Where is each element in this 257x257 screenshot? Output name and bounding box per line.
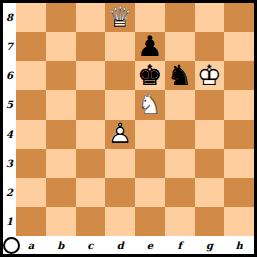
- file-label-b: b: [46, 236, 76, 254]
- square-d2[interactable]: [105, 178, 135, 207]
- square-b4[interactable]: [46, 120, 76, 149]
- black-knight-icon: ♞: [165, 61, 195, 90]
- white-king-icon: ♔: [195, 61, 225, 90]
- square-a8[interactable]: [16, 3, 46, 32]
- square-f4[interactable]: [165, 120, 195, 149]
- square-e2[interactable]: [135, 178, 165, 207]
- square-e1[interactable]: [135, 207, 165, 236]
- square-h3[interactable]: [224, 149, 254, 178]
- square-b7[interactable]: [46, 32, 76, 61]
- square-g4[interactable]: [195, 120, 225, 149]
- square-c2[interactable]: [76, 178, 106, 207]
- white-pawn-icon: ♙: [105, 120, 135, 149]
- file-labels: abcdefgh: [16, 236, 254, 254]
- square-g1[interactable]: [195, 207, 225, 236]
- square-b5[interactable]: [46, 90, 76, 119]
- rank-labels: 87654321: [3, 3, 16, 236]
- square-a7[interactable]: [16, 32, 46, 61]
- square-g5[interactable]: [195, 90, 225, 119]
- chess-diagram: 87654321 ♛♕♟♟♚♚♞♞♚♔♞♘♟♙ abcdefgh: [0, 0, 257, 257]
- piece-black-pawn[interactable]: ♟♟: [135, 32, 165, 61]
- square-g6[interactable]: ♚♔: [195, 61, 225, 90]
- square-h6[interactable]: [224, 61, 254, 90]
- square-a3[interactable]: [16, 149, 46, 178]
- square-d7[interactable]: [105, 32, 135, 61]
- piece-black-king[interactable]: ♚♚: [135, 61, 165, 90]
- square-f2[interactable]: [165, 178, 195, 207]
- square-d1[interactable]: [105, 207, 135, 236]
- square-g3[interactable]: [195, 149, 225, 178]
- rank-label-5: 5: [3, 90, 16, 119]
- file-label-a: a: [16, 236, 46, 254]
- square-d3[interactable]: [105, 149, 135, 178]
- square-f6[interactable]: ♞♞: [165, 61, 195, 90]
- square-e4[interactable]: [135, 120, 165, 149]
- piece-white-queen[interactable]: ♛♕: [105, 3, 135, 32]
- square-a5[interactable]: [16, 90, 46, 119]
- square-f5[interactable]: [165, 90, 195, 119]
- rank-label-8: 8: [3, 3, 16, 32]
- square-f1[interactable]: [165, 207, 195, 236]
- file-label-g: g: [195, 236, 225, 254]
- rank-label-1: 1: [3, 207, 16, 236]
- square-e6[interactable]: ♚♚: [135, 61, 165, 90]
- file-label-d: d: [105, 236, 135, 254]
- file-label-c: c: [76, 236, 106, 254]
- square-d4[interactable]: ♟♙: [105, 120, 135, 149]
- piece-white-pawn[interactable]: ♟♙: [105, 120, 135, 149]
- square-b3[interactable]: [46, 149, 76, 178]
- square-d8[interactable]: ♛♕: [105, 3, 135, 32]
- file-label-e: e: [135, 236, 165, 254]
- square-c3[interactable]: [76, 149, 106, 178]
- square-h2[interactable]: [224, 178, 254, 207]
- rank-label-6: 6: [3, 61, 16, 90]
- square-e3[interactable]: [135, 149, 165, 178]
- file-label-f: f: [165, 236, 195, 254]
- square-a2[interactable]: [16, 178, 46, 207]
- black-pawn-icon: ♟: [135, 32, 165, 61]
- file-label-h: h: [224, 236, 254, 254]
- square-c5[interactable]: [76, 90, 106, 119]
- square-d6[interactable]: [105, 61, 135, 90]
- rank-label-3: 3: [3, 149, 16, 178]
- square-a4[interactable]: [16, 120, 46, 149]
- square-c8[interactable]: [76, 3, 106, 32]
- rank-label-4: 4: [3, 120, 16, 149]
- square-h1[interactable]: [224, 207, 254, 236]
- rank-label-2: 2: [3, 178, 16, 207]
- square-c7[interactable]: [76, 32, 106, 61]
- piece-white-knight[interactable]: ♞♘: [135, 90, 165, 119]
- square-g7[interactable]: [195, 32, 225, 61]
- square-d5[interactable]: [105, 90, 135, 119]
- black-king-icon: ♚: [135, 61, 165, 90]
- square-h4[interactable]: [224, 120, 254, 149]
- square-e5[interactable]: ♞♘: [135, 90, 165, 119]
- square-g2[interactable]: [195, 178, 225, 207]
- square-b2[interactable]: [46, 178, 76, 207]
- piece-black-knight[interactable]: ♞♞: [165, 61, 195, 90]
- square-e7[interactable]: ♟♟: [135, 32, 165, 61]
- white-to-move-indicator: [3, 237, 20, 254]
- square-h5[interactable]: [224, 90, 254, 119]
- square-b6[interactable]: [46, 61, 76, 90]
- square-c6[interactable]: [76, 61, 106, 90]
- square-a6[interactable]: [16, 61, 46, 90]
- square-e8[interactable]: [135, 3, 165, 32]
- square-b1[interactable]: [46, 207, 76, 236]
- square-g8[interactable]: [195, 3, 225, 32]
- piece-white-king[interactable]: ♚♔: [195, 61, 225, 90]
- white-knight-icon: ♘: [135, 90, 165, 119]
- rank-label-7: 7: [3, 32, 16, 61]
- white-queen-icon: ♕: [105, 3, 135, 32]
- square-h8[interactable]: [224, 3, 254, 32]
- square-c1[interactable]: [76, 207, 106, 236]
- square-b8[interactable]: [46, 3, 76, 32]
- square-h7[interactable]: [224, 32, 254, 61]
- square-f7[interactable]: [165, 32, 195, 61]
- square-a1[interactable]: [16, 207, 46, 236]
- square-f3[interactable]: [165, 149, 195, 178]
- board: ♛♕♟♟♚♚♞♞♚♔♞♘♟♙: [16, 3, 254, 236]
- square-f8[interactable]: [165, 3, 195, 32]
- square-c4[interactable]: [76, 120, 106, 149]
